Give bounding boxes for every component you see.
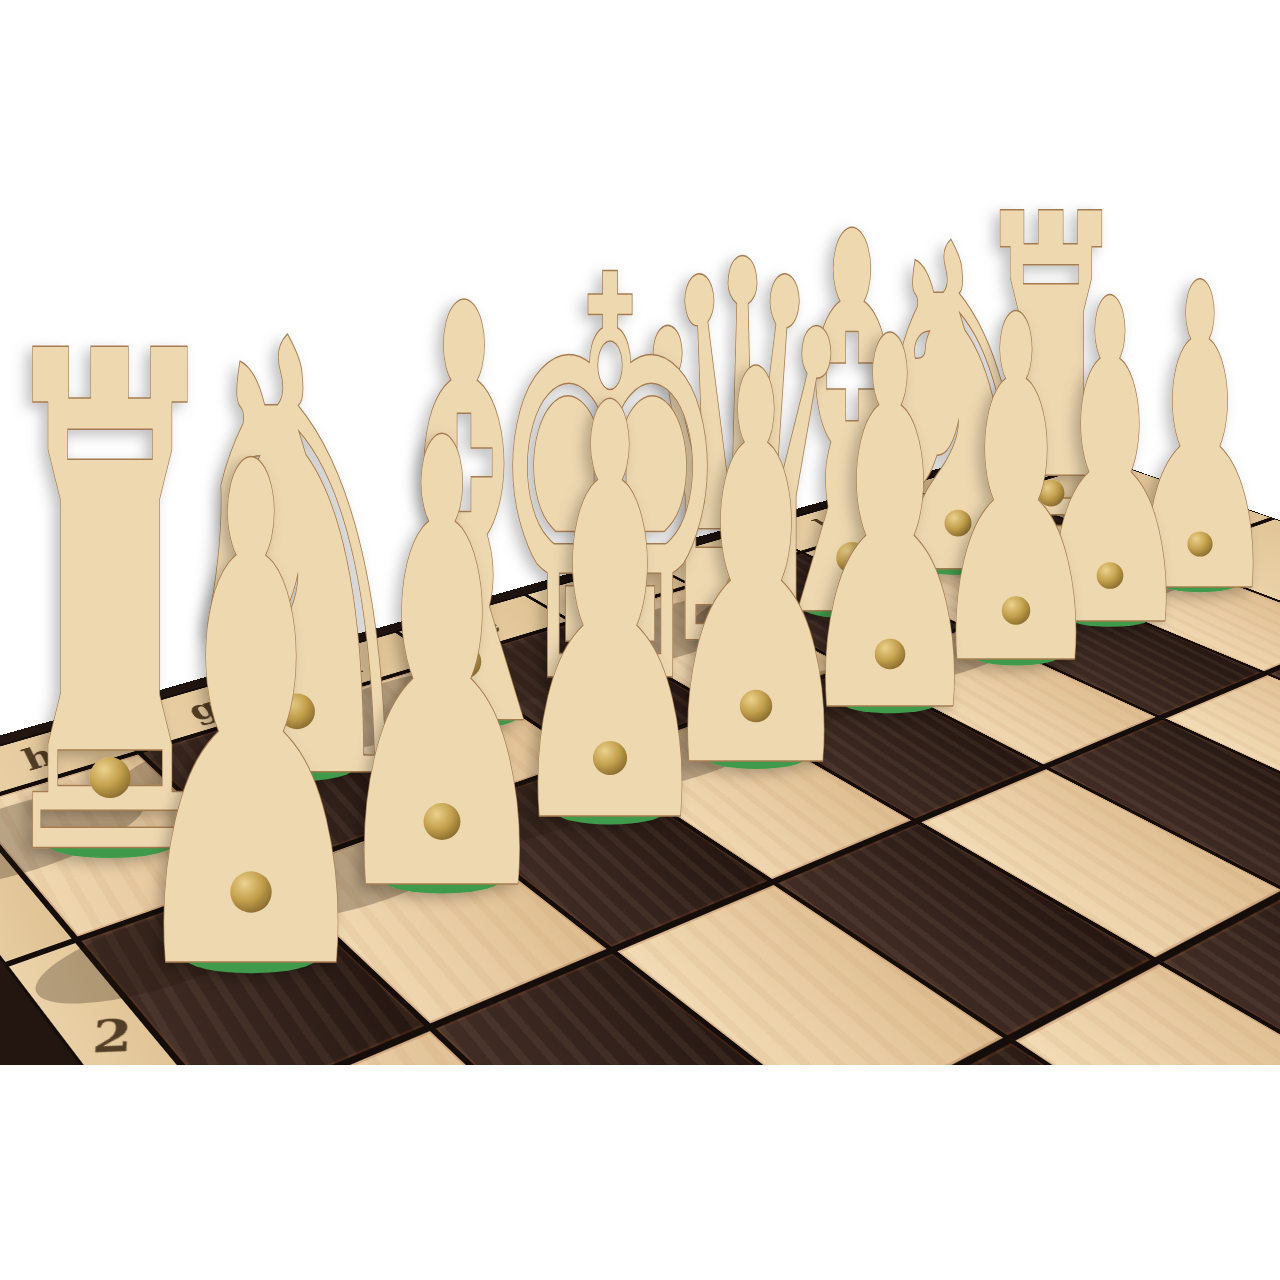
chess-set-product-photo: hgfedcba112233445566 ♜♞♟♝♟♛♟♚♟♝♟♞♟♜♟♟ bbox=[0, 0, 1280, 1280]
gold-ball-detail bbox=[593, 741, 627, 775]
gold-ball-detail bbox=[230, 871, 271, 912]
gold-ball-detail bbox=[875, 639, 906, 670]
gold-ball-detail bbox=[1002, 596, 1031, 625]
white-pawn-h2[interactable]: ♟ bbox=[121, 321, 381, 1124]
pieces-layer: ♜♞♟♝♟♛♟♚♟♝♟♞♟♜♟♟ bbox=[0, 0, 1280, 1280]
piece-glyph-pawn: ♟ bbox=[121, 321, 381, 1124]
gold-ball-detail bbox=[740, 690, 772, 722]
gold-ball-detail bbox=[424, 803, 461, 840]
